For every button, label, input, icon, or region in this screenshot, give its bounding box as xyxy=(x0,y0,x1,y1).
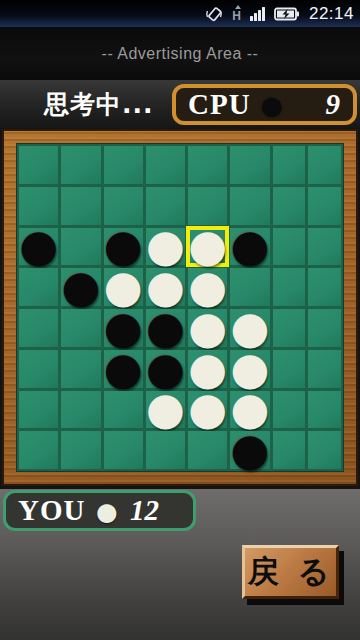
board-cell-b2[interactable] xyxy=(61,187,100,225)
clock-text: 22:14 xyxy=(309,4,354,24)
board-cell-g6[interactable] xyxy=(273,350,306,388)
board-cell-e3[interactable]: ● xyxy=(188,228,227,266)
advertising-area[interactable]: -- Advertising Area -- xyxy=(0,27,360,80)
wood-board-frame: ●●●●●●●●●●●●●●●●●●●●● xyxy=(2,129,358,486)
board-cell-h3[interactable] xyxy=(308,228,341,266)
board-cell-e8[interactable] xyxy=(188,431,227,469)
othello-app-screen: H 22:14 -- Advertising Area -- 思考中... CP… xyxy=(0,0,360,640)
board-cell-c6[interactable]: ● xyxy=(104,350,143,388)
board-section: ●●●●●●●●●●●●●●●●●●●●● xyxy=(0,128,360,489)
you-disc-count: 12 xyxy=(130,494,159,527)
status-bar: H 22:14 xyxy=(0,0,360,27)
board-cell-b8[interactable] xyxy=(61,431,100,469)
board-cell-f8[interactable]: ● xyxy=(230,431,269,469)
board-cell-b4[interactable]: ● xyxy=(61,268,100,306)
board-cell-g3[interactable] xyxy=(273,228,306,266)
board-cell-g7[interactable] xyxy=(273,391,306,429)
battery-charging-icon xyxy=(274,7,300,21)
board-cell-f1[interactable] xyxy=(230,146,269,184)
hspa-h-icon: H xyxy=(232,5,241,22)
advertising-label: -- Advertising Area -- xyxy=(102,45,259,63)
board-grid: ●●●●●●●●●●●●●●●●●●●●● xyxy=(16,143,344,472)
board-cell-g2[interactable] xyxy=(273,187,306,225)
cpu-disc-count: 9 xyxy=(326,88,341,121)
you-score-badge: YOU ● 12 xyxy=(3,490,196,531)
cpu-score-badge: CPU ● 9 xyxy=(172,84,357,125)
game-header: 思考中... CPU ● 9 xyxy=(0,80,360,128)
thinking-status-text: 思考中... xyxy=(44,88,154,121)
board-cell-d7[interactable]: ● xyxy=(146,391,185,429)
board-cell-a4[interactable] xyxy=(19,268,58,306)
board-cell-h1[interactable] xyxy=(308,146,341,184)
board-cell-g8[interactable] xyxy=(273,431,306,469)
board-cell-h2[interactable] xyxy=(308,187,341,225)
bottom-panel: YOU ● 12 戻 る xyxy=(0,489,360,640)
board-cell-b6[interactable] xyxy=(61,350,100,388)
board-cell-e1[interactable] xyxy=(188,146,227,184)
board-cell-e7[interactable]: ● xyxy=(188,391,227,429)
board-cell-g1[interactable] xyxy=(273,146,306,184)
back-button-label: 戻 る xyxy=(248,551,334,593)
you-label: YOU xyxy=(18,494,85,527)
board-cell-c7[interactable] xyxy=(104,391,143,429)
board-cell-a7[interactable] xyxy=(19,391,58,429)
board-cell-b7[interactable] xyxy=(61,391,100,429)
board-cell-c1[interactable] xyxy=(104,146,143,184)
board-cell-h7[interactable] xyxy=(308,391,341,429)
back-button[interactable]: 戻 る xyxy=(242,545,339,599)
board-cell-h6[interactable] xyxy=(308,350,341,388)
board-cell-g5[interactable] xyxy=(273,309,306,347)
board-cell-g4[interactable] xyxy=(273,268,306,306)
signal-bars-icon xyxy=(250,6,265,21)
board-cell-a6[interactable] xyxy=(19,350,58,388)
board-cell-h5[interactable] xyxy=(308,309,341,347)
board-cell-f3[interactable]: ● xyxy=(230,228,269,266)
board-cell-a8[interactable] xyxy=(19,431,58,469)
board-cell-h8[interactable] xyxy=(308,431,341,469)
board-cell-b5[interactable] xyxy=(61,309,100,347)
board-cell-a5[interactable] xyxy=(19,309,58,347)
board-cell-a3[interactable]: ● xyxy=(19,228,58,266)
board-cell-a1[interactable] xyxy=(19,146,58,184)
board-cell-d1[interactable] xyxy=(146,146,185,184)
board-cell-h4[interactable] xyxy=(308,268,341,306)
vibrate-icon xyxy=(205,6,223,22)
cpu-label: CPU xyxy=(188,88,251,121)
board-cell-d8[interactable] xyxy=(146,431,185,469)
board-cell-b1[interactable] xyxy=(61,146,100,184)
board-cell-c8[interactable] xyxy=(104,431,143,469)
